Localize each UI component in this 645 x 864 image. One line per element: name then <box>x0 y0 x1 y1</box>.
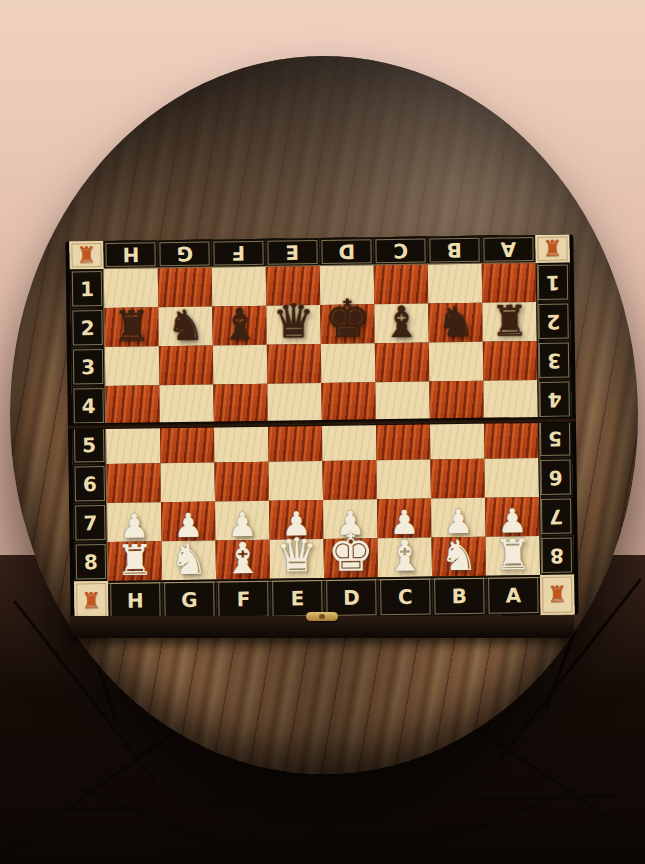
file-label-text: H <box>122 245 139 265</box>
square-g3[interactable] <box>159 346 214 386</box>
square-c3[interactable] <box>375 343 430 383</box>
square-f6[interactable] <box>214 462 269 502</box>
rank-label-text: 5 <box>82 435 96 455</box>
square-b4[interactable] <box>429 381 484 421</box>
piece-white-knight[interactable]: ♞ <box>440 536 478 576</box>
rank-label-right-8: 8 <box>540 535 575 574</box>
rank-label-left-7: 7 <box>73 503 108 542</box>
square-f5[interactable] <box>214 423 269 463</box>
file-label-text: E <box>286 242 300 262</box>
rook-icon: ♜ <box>547 584 567 606</box>
square-b6[interactable] <box>430 459 485 499</box>
square-h4[interactable] <box>105 385 160 425</box>
file-label-bottom-a: A <box>486 575 541 616</box>
rank-label-text: 3 <box>81 357 95 377</box>
rank-label-right-6: 6 <box>538 458 573 497</box>
piece-white-bishop[interactable]: ♝ <box>223 538 262 579</box>
square-f8[interactable]: ♝ <box>216 540 271 580</box>
square-g8[interactable]: ♞ <box>162 540 217 580</box>
rank-label-left-2: 2 <box>70 308 105 347</box>
file-label-bottom-h: H <box>108 580 163 621</box>
square-h6[interactable] <box>106 463 161 503</box>
file-label-text: F <box>232 243 246 263</box>
file-label-text: C <box>398 587 413 607</box>
file-label-top-g: G <box>157 240 211 269</box>
rank-label-left-5: 5 <box>72 425 107 464</box>
square-f3[interactable] <box>213 345 268 385</box>
file-label-text: C <box>393 241 408 261</box>
square-d5[interactable] <box>322 421 377 461</box>
square-d6[interactable] <box>322 460 377 500</box>
piece-black-king[interactable]: ♚ <box>324 294 371 344</box>
file-label-top-e: E <box>265 238 319 267</box>
square-b3[interactable] <box>429 342 484 382</box>
rank-label-right-4: 4 <box>537 380 572 419</box>
square-b8[interactable]: ♞ <box>432 537 487 577</box>
square-c2[interactable]: ♝ <box>374 304 429 344</box>
rank-label-left-8: 8 <box>74 542 109 581</box>
square-e4[interactable] <box>267 383 322 423</box>
square-a6[interactable] <box>484 458 539 498</box>
piece-black-queen[interactable]: ♛ <box>272 299 315 344</box>
file-label-text: A <box>505 585 521 605</box>
rank-label-text: 7 <box>83 513 97 533</box>
file-label-bottom-f: F <box>216 579 271 620</box>
rank-label-text: 6 <box>83 474 97 494</box>
square-h8[interactable]: ♜ <box>108 541 163 581</box>
rank-label-text: 8 <box>550 545 564 565</box>
rank-label-left-3: 3 <box>71 347 106 386</box>
rook-icon: ♜ <box>542 238 562 260</box>
square-d3[interactable] <box>321 343 376 383</box>
square-c4[interactable] <box>375 381 430 421</box>
piece-white-rook[interactable]: ♜ <box>494 535 532 575</box>
corner-rook-icon: ♜ <box>69 241 103 269</box>
square-h3[interactable] <box>105 346 160 386</box>
square-g5[interactable] <box>160 424 215 464</box>
rank-label-right-2: 2 <box>536 302 571 341</box>
square-d4[interactable] <box>321 382 376 422</box>
file-label-text: G <box>176 244 193 264</box>
rook-icon: ♜ <box>81 590 101 612</box>
square-f2[interactable]: ♝ <box>212 306 267 346</box>
file-label-text: F <box>236 589 250 609</box>
square-g6[interactable] <box>160 463 215 503</box>
square-a8[interactable]: ♜ <box>486 536 541 576</box>
square-e3[interactable] <box>267 344 322 384</box>
rank-label-text: 4 <box>548 389 562 409</box>
square-a2[interactable]: ♜ <box>482 302 537 342</box>
file-label-text: G <box>181 590 198 610</box>
rank-label-right-7: 7 <box>539 497 574 536</box>
board-front-edge <box>70 616 574 638</box>
file-label-top-d: D <box>319 237 373 266</box>
square-c5[interactable] <box>376 420 431 460</box>
rank-label-left-4: 4 <box>71 386 106 425</box>
chess-board: ♜HGFEDCBA♜112♜♞♝♛♚♝♞♜2334455667♟♟♟♟♟♟♟♟7… <box>69 235 574 622</box>
rank-label-text: 3 <box>547 350 561 370</box>
square-e8[interactable]: ♛ <box>270 539 325 579</box>
board-clasp <box>306 612 338 621</box>
square-c6[interactable] <box>376 459 431 499</box>
square-h2[interactable]: ♜ <box>104 307 159 347</box>
piece-black-rook[interactable]: ♜ <box>112 306 150 346</box>
file-label-bottom-g: G <box>162 579 217 620</box>
square-c8[interactable]: ♝ <box>378 537 433 577</box>
file-label-text: B <box>447 240 463 260</box>
square-e2[interactable]: ♛ <box>266 305 321 345</box>
square-g4[interactable] <box>159 385 214 425</box>
file-label-text: D <box>338 242 355 262</box>
file-label-text: D <box>343 587 360 607</box>
square-h5[interactable] <box>106 424 161 464</box>
file-label-bottom-c: C <box>378 576 433 617</box>
piece-black-knight[interactable]: ♞ <box>436 302 474 342</box>
square-b2[interactable]: ♞ <box>428 303 483 343</box>
file-label-top-b: B <box>427 236 481 265</box>
file-label-top-h: H <box>103 240 157 269</box>
piece-black-knight[interactable]: ♞ <box>166 306 204 346</box>
file-label-text: B <box>452 586 468 606</box>
piece-white-king[interactable]: ♚ <box>327 528 374 578</box>
scene: ♜HGFEDCBA♜112♜♞♝♛♚♝♞♜2334455667♟♟♟♟♟♟♟♟7… <box>0 0 645 864</box>
square-f4[interactable] <box>213 384 268 424</box>
piece-black-rook[interactable]: ♜ <box>490 301 528 341</box>
rank-label-text: 4 <box>82 396 96 416</box>
piece-white-rook[interactable]: ♜ <box>116 540 154 580</box>
square-e5[interactable] <box>268 422 323 462</box>
square-a5[interactable] <box>484 419 539 459</box>
file-label-top-f: F <box>211 239 265 268</box>
file-label-bottom-b: B <box>432 576 487 617</box>
rook-icon: ♜ <box>77 244 97 266</box>
rank-label-left-6: 6 <box>72 464 107 503</box>
rank-label-text: 1 <box>80 279 94 299</box>
file-label-top-a: A <box>481 235 535 264</box>
square-d2[interactable]: ♚ <box>320 304 375 344</box>
rank-label-left-1: 1 <box>70 269 105 308</box>
corner-rook-icon: ♜ <box>535 235 569 263</box>
rank-label-right-1: 1 <box>536 263 571 302</box>
file-label-text: A <box>501 239 517 259</box>
rank-label-text: 7 <box>549 506 563 526</box>
file-label-text: E <box>290 588 304 608</box>
piece-black-bishop[interactable]: ♝ <box>220 304 259 345</box>
rank-label-text: 5 <box>548 428 562 448</box>
piece-white-queen[interactable]: ♛ <box>275 533 318 578</box>
square-g2[interactable]: ♞ <box>158 307 213 347</box>
square-a3[interactable] <box>483 341 538 381</box>
rank-label-text: 8 <box>84 552 98 572</box>
rank-label-text: 6 <box>549 467 563 487</box>
rank-label-text: 2 <box>546 311 560 331</box>
rank-label-text: 1 <box>546 272 560 292</box>
square-a4[interactable] <box>483 380 538 420</box>
file-label-top-c: C <box>373 237 427 266</box>
square-e6[interactable] <box>268 461 323 501</box>
piece-black-bishop[interactable]: ♝ <box>382 302 421 343</box>
rank-label-text: 2 <box>80 318 94 338</box>
square-d8[interactable]: ♚ <box>324 538 379 578</box>
square-b5[interactable] <box>430 420 485 460</box>
file-label-text: H <box>127 591 144 611</box>
piece-white-knight[interactable]: ♞ <box>170 540 208 580</box>
corner-rook-icon: ♜ <box>540 574 575 614</box>
piece-white-bishop[interactable]: ♝ <box>385 536 424 577</box>
rank-label-right-3: 3 <box>537 341 572 380</box>
rank-label-right-5: 5 <box>538 419 573 458</box>
